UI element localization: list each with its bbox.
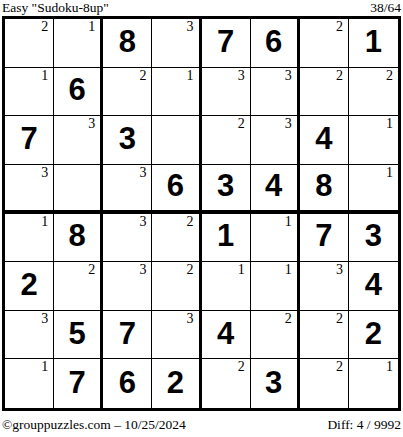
cell-r6c6[interactable]: 1 [251, 262, 300, 311]
cell-r6c5[interactable]: 1 [202, 262, 251, 311]
cell-r6c7[interactable]: 3 [300, 262, 349, 311]
corner-mark: 1 [285, 262, 292, 277]
cell-r2c2[interactable]: 6 [54, 68, 103, 117]
corner-mark: 3 [139, 262, 146, 277]
corner-mark: 3 [139, 165, 146, 180]
cell-value: 1 [365, 26, 382, 60]
corner-mark: 1 [386, 359, 393, 374]
cell-r3c2[interactable]: 3 [54, 116, 103, 165]
corner-mark: 3 [187, 19, 194, 34]
cell-r5c2[interactable]: 8 [54, 214, 103, 263]
cell-value: 8 [119, 26, 136, 60]
corner-mark: 2 [336, 19, 343, 34]
corner-mark: 3 [139, 214, 146, 229]
cell-value: 7 [119, 318, 136, 352]
cell-r4c1[interactable]: 3 [5, 165, 54, 214]
corner-mark: 1 [88, 19, 95, 34]
cell-r5c5[interactable]: 1 [202, 214, 251, 263]
corner-mark: 1 [187, 68, 194, 83]
puzzle-title: Easy "Sudoku-8up" [2, 1, 109, 15]
cell-r8c8[interactable]: 1 [349, 359, 398, 408]
corner-mark: 3 [336, 262, 343, 277]
cell-value: 6 [265, 26, 282, 60]
cell-r2c5[interactable]: 3 [202, 68, 251, 117]
cell-value: 3 [365, 220, 382, 254]
cell-r1c1[interactable]: 2 [5, 19, 54, 68]
cell-r3c6[interactable]: 3 [251, 116, 300, 165]
cell-r3c8[interactable]: 1 [349, 116, 398, 165]
cell-r5c7[interactable]: 7 [300, 214, 349, 263]
cell-r6c2[interactable]: 2 [54, 262, 103, 311]
cell-r5c6[interactable]: 1 [251, 214, 300, 263]
cell-value: 7 [20, 123, 37, 157]
corner-mark: 2 [238, 116, 245, 131]
cell-r7c8[interactable]: 2 [349, 311, 398, 360]
cell-r4c6[interactable]: 4 [251, 165, 300, 214]
cell-r1c4[interactable]: 3 [152, 19, 201, 68]
cell-r7c1[interactable]: 3 [5, 311, 54, 360]
corner-mark: 1 [238, 262, 245, 277]
cell-r7c6[interactable]: 2 [251, 311, 300, 360]
progress-counter: 38/64 [370, 1, 401, 15]
corner-mark: 2 [187, 214, 194, 229]
cell-value: 6 [119, 367, 136, 401]
cell-value: 6 [69, 74, 86, 108]
cell-value: 7 [217, 26, 234, 60]
cell-value: 6 [167, 170, 184, 204]
cell-r3c5[interactable]: 2 [202, 116, 251, 165]
cell-r8c3[interactable]: 6 [103, 359, 152, 408]
cell-r8c2[interactable]: 7 [54, 359, 103, 408]
cell-value: 1 [217, 220, 234, 254]
corner-mark: 2 [187, 262, 194, 277]
corner-mark: 3 [88, 116, 95, 131]
cell-r6c3[interactable]: 3 [103, 262, 152, 311]
corner-mark: 2 [238, 359, 245, 374]
cell-r6c4[interactable]: 2 [152, 262, 201, 311]
cell-r2c4[interactable]: 1 [152, 68, 201, 117]
corner-mark: 2 [285, 311, 292, 326]
cell-r7c2[interactable]: 5 [54, 311, 103, 360]
cell-r1c7[interactable]: 2 [300, 19, 349, 68]
cell-r3c1[interactable]: 7 [5, 116, 54, 165]
cell-value: 8 [69, 220, 86, 254]
sudoku-board: 2183762116213322733234133634811832117322… [2, 16, 401, 411]
copyright-text: ©grouppuzzles.com – 10/25/2024 [2, 417, 186, 432]
corner-mark: 3 [285, 68, 292, 83]
cell-r2c8[interactable]: 2 [349, 68, 398, 117]
corner-mark: 2 [88, 262, 95, 277]
cell-r4c7[interactable]: 8 [300, 165, 349, 214]
difficulty-text: Diff: 4 / 9992 [327, 417, 401, 432]
cell-r1c2[interactable]: 1 [54, 19, 103, 68]
cell-r4c8[interactable]: 1 [349, 165, 398, 214]
cell-value: 5 [69, 318, 86, 352]
cell-r6c1[interactable]: 2 [5, 262, 54, 311]
puzzle-page: Easy "Sudoku-8up" 38/64 2183762116213322… [0, 0, 403, 437]
cell-r6c8[interactable]: 4 [349, 262, 398, 311]
corner-mark: 3 [238, 68, 245, 83]
cell-r5c1[interactable]: 1 [5, 214, 54, 263]
cell-value: 2 [365, 318, 382, 352]
cell-r1c5[interactable]: 7 [202, 19, 251, 68]
cell-r2c6[interactable]: 3 [251, 68, 300, 117]
cell-r8c7[interactable]: 2 [300, 359, 349, 408]
cell-r1c6[interactable]: 6 [251, 19, 300, 68]
cell-r3c4[interactable] [152, 116, 201, 165]
cell-r5c4[interactable]: 2 [152, 214, 201, 263]
corner-mark: 2 [336, 359, 343, 374]
corner-mark: 2 [386, 68, 393, 83]
footer: ©grouppuzzles.com – 10/25/2024 Diff: 4 /… [0, 411, 403, 432]
cell-r5c8[interactable]: 3 [349, 214, 398, 263]
cell-r4c2[interactable] [54, 165, 103, 214]
cell-r3c7[interactable]: 4 [300, 116, 349, 165]
cell-value: 2 [20, 269, 37, 303]
cell-r2c1[interactable]: 1 [5, 68, 54, 117]
corner-mark: 2 [139, 68, 146, 83]
corner-mark: 1 [41, 214, 48, 229]
cell-r4c3[interactable]: 3 [103, 165, 152, 214]
corner-mark: 2 [336, 68, 343, 83]
cell-r8c4[interactable]: 2 [152, 359, 201, 408]
cell-r5c3[interactable]: 3 [103, 214, 152, 263]
corner-mark: 1 [285, 214, 292, 229]
cell-value: 3 [265, 367, 282, 401]
header: Easy "Sudoku-8up" 38/64 [0, 0, 403, 16]
corner-mark: 3 [285, 116, 292, 131]
cell-r8c1[interactable]: 1 [5, 359, 54, 408]
cell-r4c5[interactable]: 3 [202, 165, 251, 214]
corner-mark: 1 [386, 116, 393, 131]
corner-mark: 3 [187, 311, 194, 326]
corner-mark: 2 [41, 19, 48, 34]
corner-mark: 1 [41, 68, 48, 83]
cell-r4c4[interactable]: 6 [152, 165, 201, 214]
cell-r1c3[interactable]: 8 [103, 19, 152, 68]
cell-value: 4 [265, 170, 282, 204]
cell-r7c5[interactable]: 4 [202, 311, 251, 360]
cell-value: 4 [365, 269, 382, 303]
cell-r3c3[interactable]: 3 [103, 116, 152, 165]
cell-r7c3[interactable]: 7 [103, 311, 152, 360]
cell-value: 7 [315, 220, 332, 254]
cell-value: 4 [315, 123, 332, 157]
cell-value: 7 [69, 367, 86, 401]
cell-r7c7[interactable]: 2 [300, 311, 349, 360]
cell-value: 2 [167, 367, 184, 401]
cell-r8c6[interactable]: 3 [251, 359, 300, 408]
corner-mark: 2 [336, 311, 343, 326]
cell-r7c4[interactable]: 3 [152, 311, 201, 360]
cell-r8c5[interactable]: 2 [202, 359, 251, 408]
cell-r2c7[interactable]: 2 [300, 68, 349, 117]
cell-value: 4 [217, 318, 234, 352]
corner-mark: 1 [41, 359, 48, 374]
corner-mark: 3 [41, 311, 48, 326]
cell-value: 3 [119, 123, 136, 157]
cell-r1c8[interactable]: 1 [349, 19, 398, 68]
corner-mark: 3 [41, 165, 48, 180]
cell-value: 8 [315, 170, 332, 204]
cell-r2c3[interactable]: 2 [103, 68, 152, 117]
corner-mark: 1 [386, 165, 393, 180]
cell-value: 3 [217, 170, 234, 204]
